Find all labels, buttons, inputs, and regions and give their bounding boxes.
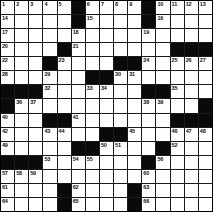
clue-number: 42 xyxy=(2,128,8,134)
grid-cell[interactable]: 60 xyxy=(142,170,155,183)
grid-cell[interactable] xyxy=(128,114,141,127)
clue-number: 9 xyxy=(129,1,132,7)
grid-cell[interactable]: 4 xyxy=(43,1,56,14)
grid-cell[interactable]: 29 xyxy=(43,71,56,84)
grid-cell[interactable] xyxy=(29,128,42,141)
grid-cell[interactable]: 13 xyxy=(199,1,212,14)
grid-cell[interactable] xyxy=(29,142,42,155)
clue-number: 41 xyxy=(73,114,79,120)
grid-cell[interactable] xyxy=(72,57,85,70)
grid-cell[interactable] xyxy=(86,128,99,141)
grid-cell[interactable] xyxy=(156,198,169,211)
black-cell xyxy=(58,43,71,56)
grid-cell[interactable]: 61 xyxy=(1,184,14,197)
grid-cell[interactable] xyxy=(128,99,141,112)
grid-cell[interactable] xyxy=(114,99,127,112)
grid-cell[interactable]: 28 xyxy=(1,71,14,84)
clue-number: 18 xyxy=(73,29,79,35)
grid-cell[interactable] xyxy=(100,43,113,56)
grid-cell[interactable] xyxy=(15,128,28,141)
grid-cell[interactable] xyxy=(171,184,184,197)
clue-number: 36 xyxy=(16,99,22,105)
clue-number: 45 xyxy=(129,128,135,134)
grid-cell[interactable] xyxy=(156,29,169,42)
grid-cell[interactable]: 66 xyxy=(142,198,155,211)
grid-cell[interactable] xyxy=(185,29,198,42)
grid-cell[interactable] xyxy=(86,43,99,56)
clue-number: 2 xyxy=(16,1,19,7)
black-cell xyxy=(43,57,56,70)
grid-cell[interactable] xyxy=(72,85,85,98)
grid-cell[interactable] xyxy=(185,198,198,211)
clue-number: 20 xyxy=(2,43,8,49)
grid-cell[interactable]: 34 xyxy=(100,85,113,98)
black-cell xyxy=(86,142,99,155)
black-cell xyxy=(156,142,169,155)
grid-cell[interactable] xyxy=(86,99,99,112)
clue-number: 43 xyxy=(44,128,50,134)
clue-number: 29 xyxy=(44,71,50,77)
clue-number: 28 xyxy=(2,71,8,77)
grid-cell[interactable]: 62 xyxy=(72,184,85,197)
black-cell xyxy=(128,198,141,211)
grid-cell[interactable]: 52 xyxy=(171,142,184,155)
grid-cell[interactable]: 41 xyxy=(72,114,85,127)
clue-number: 62 xyxy=(73,184,79,190)
grid-cell[interactable] xyxy=(142,71,155,84)
grid-cell[interactable]: 64 xyxy=(1,198,14,211)
clue-number: 8 xyxy=(115,1,118,7)
grid-cell[interactable] xyxy=(128,43,141,56)
black-cell xyxy=(199,114,212,127)
clue-number: 59 xyxy=(30,170,36,176)
grid-cell[interactable] xyxy=(199,184,212,197)
grid-cell[interactable] xyxy=(142,114,155,127)
clue-number: 55 xyxy=(87,156,93,162)
grid-cell[interactable] xyxy=(43,29,56,42)
grid-cell[interactable] xyxy=(199,29,212,42)
black-cell xyxy=(72,1,85,14)
grid-cell[interactable] xyxy=(114,170,127,183)
grid-cell[interactable] xyxy=(142,128,155,141)
grid-cell[interactable] xyxy=(86,29,99,42)
grid-cell[interactable]: 25 xyxy=(171,57,184,70)
grid-cell[interactable] xyxy=(114,198,127,211)
grid-cell[interactable] xyxy=(171,156,184,169)
grid-cell[interactable] xyxy=(199,142,212,155)
black-cell xyxy=(114,128,127,141)
grid-cell[interactable]: 37 xyxy=(29,99,42,112)
grid-cell[interactable] xyxy=(43,15,56,28)
black-cell xyxy=(1,156,14,169)
grid-cell[interactable] xyxy=(100,29,113,42)
grid-cell[interactable]: 50 xyxy=(100,142,113,155)
grid-cell[interactable] xyxy=(58,29,71,42)
grid-cell[interactable]: 56 xyxy=(156,156,169,169)
grid-cell[interactable] xyxy=(43,43,56,56)
grid-cell[interactable]: 9 xyxy=(128,1,141,14)
clue-number: 60 xyxy=(143,170,149,176)
black-cell xyxy=(114,57,127,70)
clue-number: 31 xyxy=(129,71,135,77)
black-cell xyxy=(15,85,28,98)
grid-cell[interactable] xyxy=(128,85,141,98)
clue-number: 53 xyxy=(44,156,50,162)
grid-cell[interactable] xyxy=(86,114,99,127)
grid-cell[interactable] xyxy=(156,43,169,56)
clue-number: 52 xyxy=(172,142,178,148)
grid-cell[interactable] xyxy=(15,142,28,155)
grid-cell[interactable]: 45 xyxy=(128,128,141,141)
clue-number: 58 xyxy=(16,170,22,176)
grid-cell[interactable] xyxy=(58,99,71,112)
black-cell xyxy=(185,43,198,56)
grid-cell[interactable] xyxy=(199,71,212,84)
grid-cell[interactable] xyxy=(43,198,56,211)
grid-cell[interactable] xyxy=(29,29,42,42)
crossword-grid: 1234567891011121314151617181920212223242… xyxy=(0,0,213,212)
grid-cell[interactable] xyxy=(171,99,184,112)
clue-number: 16 xyxy=(157,15,163,21)
grid-cell[interactable]: 27 xyxy=(199,57,212,70)
grid-cell[interactable]: 57 xyxy=(1,170,14,183)
grid-cell[interactable] xyxy=(156,71,169,84)
black-cell xyxy=(1,85,14,98)
grid-cell[interactable]: 8 xyxy=(114,1,127,14)
grid-cell[interactable] xyxy=(156,128,169,141)
clue-number: 34 xyxy=(101,85,107,91)
clue-number: 6 xyxy=(87,1,90,7)
black-cell xyxy=(171,114,184,127)
grid-cell[interactable]: 49 xyxy=(1,142,14,155)
grid-cell[interactable] xyxy=(128,142,141,155)
grid-cell[interactable] xyxy=(156,57,169,70)
clue-number: 48 xyxy=(200,128,206,134)
black-cell xyxy=(142,1,155,14)
clue-number: 37 xyxy=(30,99,36,105)
clue-number: 12 xyxy=(186,1,192,7)
black-cell xyxy=(15,156,28,169)
grid-cell[interactable] xyxy=(114,15,127,28)
grid-cell[interactable]: 12 xyxy=(185,1,198,14)
grid-cell[interactable]: 2 xyxy=(15,1,28,14)
grid-cell[interactable] xyxy=(128,15,141,28)
grid-cell[interactable] xyxy=(100,15,113,28)
clue-number: 5 xyxy=(59,1,62,7)
clue-number: 63 xyxy=(143,184,149,190)
clue-number: 66 xyxy=(143,198,149,204)
black-cell xyxy=(185,114,198,127)
clue-number: 26 xyxy=(186,57,192,63)
clue-number: 39 xyxy=(157,99,163,105)
clue-number: 47 xyxy=(186,128,192,134)
grid-cell[interactable] xyxy=(72,128,85,141)
grid-cell[interactable] xyxy=(43,99,56,112)
black-cell xyxy=(86,71,99,84)
grid-cell[interactable] xyxy=(15,71,28,84)
grid-cell[interactable]: 3 xyxy=(29,1,42,14)
grid-cell[interactable]: 63 xyxy=(142,184,155,197)
grid-cell[interactable]: 23 xyxy=(58,57,71,70)
grid-cell[interactable] xyxy=(15,29,28,42)
grid-cell[interactable]: 14 xyxy=(1,15,14,28)
clue-number: 11 xyxy=(172,1,177,7)
grid-cell[interactable] xyxy=(199,15,212,28)
black-cell xyxy=(72,15,85,28)
clue-number: 19 xyxy=(143,29,149,35)
grid-cell[interactable] xyxy=(15,15,28,28)
clue-number: 38 xyxy=(143,99,149,105)
grid-cell[interactable] xyxy=(29,114,42,127)
clue-number: 21 xyxy=(73,43,79,49)
grid-cell[interactable]: 21 xyxy=(72,43,85,56)
grid-cell[interactable]: 51 xyxy=(114,142,127,155)
grid-cell[interactable] xyxy=(128,29,141,42)
grid-cell[interactable]: 48 xyxy=(199,128,212,141)
grid-cell[interactable] xyxy=(171,15,184,28)
grid-cell[interactable] xyxy=(29,71,42,84)
grid-cell[interactable] xyxy=(15,43,28,56)
black-cell xyxy=(100,71,113,84)
clue-number: 14 xyxy=(2,15,8,21)
grid-cell[interactable] xyxy=(58,170,71,183)
grid-cell[interactable] xyxy=(185,71,198,84)
clue-number: 23 xyxy=(59,57,65,63)
grid-cell[interactable] xyxy=(156,184,169,197)
grid-cell[interactable] xyxy=(199,85,212,98)
black-cell xyxy=(128,57,141,70)
black-cell xyxy=(58,114,71,127)
grid-cell[interactable]: 6 xyxy=(86,1,99,14)
grid-cell[interactable] xyxy=(58,156,71,169)
black-cell xyxy=(43,114,56,127)
black-cell xyxy=(100,128,113,141)
grid-cell[interactable]: 17 xyxy=(1,29,14,42)
grid-cell[interactable]: 7 xyxy=(100,1,113,14)
grid-cell[interactable]: 44 xyxy=(58,128,71,141)
grid-cell[interactable] xyxy=(171,170,184,183)
clue-number: 46 xyxy=(172,128,178,134)
black-cell xyxy=(199,99,212,112)
black-cell xyxy=(58,198,71,211)
grid-cell[interactable]: 54 xyxy=(72,156,85,169)
grid-cell[interactable]: 15 xyxy=(86,15,99,28)
grid-cell[interactable] xyxy=(100,184,113,197)
grid-cell[interactable] xyxy=(15,198,28,211)
grid-cell[interactable]: 36 xyxy=(15,99,28,112)
grid-cell[interactable]: 10 xyxy=(156,1,169,14)
grid-cell[interactable]: 38 xyxy=(142,99,155,112)
black-cell xyxy=(142,85,155,98)
clue-number: 57 xyxy=(2,170,8,176)
grid-cell[interactable] xyxy=(128,156,141,169)
grid-cell[interactable]: 40 xyxy=(1,114,14,127)
grid-cell[interactable]: 43 xyxy=(43,128,56,141)
grid-cell[interactable] xyxy=(58,85,71,98)
grid-cell[interactable]: 11 xyxy=(171,1,184,14)
grid-cell[interactable] xyxy=(114,156,127,169)
clue-number: 44 xyxy=(59,128,65,134)
grid-cell[interactable] xyxy=(156,114,169,127)
black-cell xyxy=(29,156,42,169)
grid-cell[interactable] xyxy=(86,57,99,70)
clue-number: 35 xyxy=(172,85,178,91)
clue-number: 54 xyxy=(73,156,79,162)
clue-number: 30 xyxy=(115,71,121,77)
clue-number: 56 xyxy=(157,156,163,162)
grid-cell[interactable]: 19 xyxy=(142,29,155,42)
grid-cell[interactable] xyxy=(15,184,28,197)
clue-number: 24 xyxy=(143,57,149,63)
grid-cell[interactable] xyxy=(171,71,184,84)
grid-cell[interactable] xyxy=(29,57,42,70)
grid-cell[interactable] xyxy=(100,156,113,169)
grid-cell[interactable] xyxy=(114,184,127,197)
grid-cell[interactable]: 16 xyxy=(156,15,169,28)
grid-cell[interactable] xyxy=(185,99,198,112)
black-cell xyxy=(142,15,155,28)
grid-cell[interactable]: 65 xyxy=(72,198,85,211)
grid-cell[interactable]: 31 xyxy=(128,71,141,84)
grid-cell[interactable] xyxy=(185,184,198,197)
grid-cell[interactable] xyxy=(43,142,56,155)
black-cell xyxy=(58,184,71,197)
black-cell xyxy=(142,156,155,169)
grid-cell[interactable] xyxy=(114,114,127,127)
black-cell xyxy=(72,142,85,155)
grid-cell[interactable] xyxy=(86,170,99,183)
grid-cell[interactable] xyxy=(185,142,198,155)
grid-cell[interactable]: 55 xyxy=(86,156,99,169)
grid-cell[interactable] xyxy=(199,156,212,169)
grid-cell[interactable] xyxy=(185,15,198,28)
grid-cell[interactable]: 32 xyxy=(43,85,56,98)
grid-cell[interactable]: 59 xyxy=(29,170,42,183)
grid-cell[interactable]: 5 xyxy=(58,1,71,14)
black-cell xyxy=(29,85,42,98)
grid-cell[interactable] xyxy=(100,170,113,183)
grid-cell[interactable]: 42 xyxy=(1,128,14,141)
clue-number: 49 xyxy=(2,142,8,148)
grid-cell[interactable]: 58 xyxy=(15,170,28,183)
clue-number: 33 xyxy=(87,85,93,91)
grid-cell[interactable] xyxy=(156,170,169,183)
grid-cell[interactable] xyxy=(185,156,198,169)
clue-number: 17 xyxy=(2,29,8,35)
grid-cell[interactable] xyxy=(100,57,113,70)
clue-number: 7 xyxy=(101,1,104,7)
clue-number: 27 xyxy=(200,57,206,63)
grid-cell[interactable] xyxy=(58,71,71,84)
grid-cell[interactable] xyxy=(43,184,56,197)
grid-cell[interactable] xyxy=(72,71,85,84)
black-cell xyxy=(171,43,184,56)
grid-cell[interactable] xyxy=(58,142,71,155)
black-cell xyxy=(156,85,169,98)
grid-cell[interactable]: 22 xyxy=(1,57,14,70)
clue-number: 65 xyxy=(73,198,79,204)
grid-cell[interactable] xyxy=(72,170,85,183)
grid-cell[interactable]: 46 xyxy=(171,128,184,141)
clue-number: 3 xyxy=(30,1,33,7)
grid-cell[interactable]: 35 xyxy=(171,85,184,98)
grid-cell[interactable] xyxy=(185,85,198,98)
grid-cell[interactable] xyxy=(58,15,71,28)
grid-cell[interactable]: 1 xyxy=(1,1,14,14)
grid-cell[interactable] xyxy=(29,198,42,211)
clue-number: 1 xyxy=(2,1,5,7)
grid-cell[interactable]: 24 xyxy=(142,57,155,70)
grid-cell[interactable] xyxy=(29,15,42,28)
grid-cell[interactable] xyxy=(15,114,28,127)
grid-cell[interactable] xyxy=(199,170,212,183)
clue-number: 50 xyxy=(101,142,107,148)
grid-cell[interactable] xyxy=(142,43,155,56)
clue-number: 22 xyxy=(2,57,8,63)
grid-cell[interactable]: 18 xyxy=(72,29,85,42)
grid-cell[interactable] xyxy=(72,99,85,112)
grid-cell[interactable] xyxy=(199,198,212,211)
grid-cell[interactable] xyxy=(86,198,99,211)
clue-number: 64 xyxy=(2,198,8,204)
grid-cell[interactable] xyxy=(15,57,28,70)
grid-cell[interactable] xyxy=(43,170,56,183)
grid-cell[interactable] xyxy=(100,198,113,211)
grid-cell[interactable] xyxy=(142,142,155,155)
grid-cell[interactable] xyxy=(128,170,141,183)
clue-number: 15 xyxy=(87,15,93,21)
black-cell xyxy=(128,184,141,197)
grid-cell[interactable] xyxy=(29,43,42,56)
clue-number: 13 xyxy=(200,1,206,7)
grid-cell[interactable] xyxy=(29,184,42,197)
black-cell xyxy=(1,99,14,112)
grid-cell[interactable]: 26 xyxy=(185,57,198,70)
grid-cell[interactable]: 47 xyxy=(185,128,198,141)
black-cell xyxy=(199,43,212,56)
grid-cell[interactable] xyxy=(100,114,113,127)
clue-number: 32 xyxy=(44,85,50,91)
grid-cell[interactable] xyxy=(171,29,184,42)
grid-cell[interactable]: 20 xyxy=(1,43,14,56)
clue-number: 61 xyxy=(2,184,8,190)
clue-number: 4 xyxy=(44,1,47,7)
grid-cell[interactable] xyxy=(171,198,184,211)
grid-cell[interactable]: 33 xyxy=(86,85,99,98)
grid-cell[interactable] xyxy=(114,43,127,56)
clue-number: 10 xyxy=(157,1,163,7)
clue-number: 51 xyxy=(115,142,121,148)
grid-cell[interactable] xyxy=(114,29,127,42)
grid-cell[interactable]: 30 xyxy=(114,71,127,84)
grid-cell[interactable] xyxy=(86,184,99,197)
grid-cell[interactable] xyxy=(185,170,198,183)
grid-cell[interactable] xyxy=(114,85,127,98)
clue-number: 40 xyxy=(2,114,8,120)
grid-cell[interactable]: 39 xyxy=(156,99,169,112)
clue-number: 25 xyxy=(172,57,178,63)
grid-cell[interactable]: 53 xyxy=(43,156,56,169)
grid-cell[interactable] xyxy=(100,99,113,112)
